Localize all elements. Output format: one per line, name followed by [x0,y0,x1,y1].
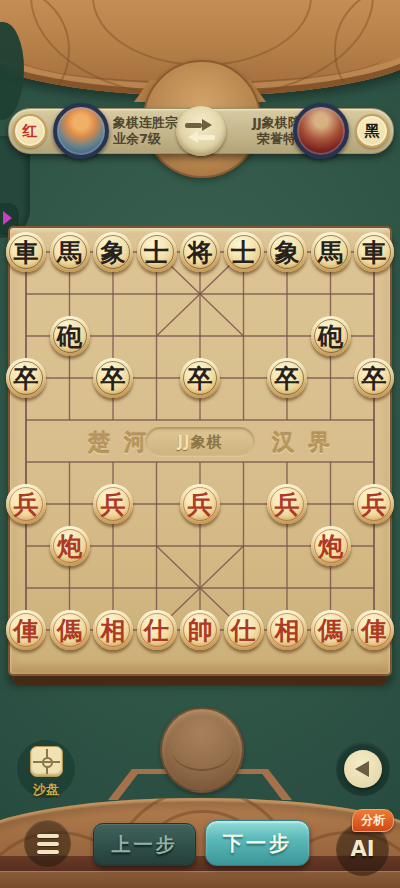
piece-p-r3c8[interactable]: 卒 [354,358,394,398]
swap-sides-icon [176,106,226,156]
piece-ring [357,361,391,395]
piece-ring [53,235,87,269]
piece-N-r9c7[interactable]: 傌 [311,610,351,650]
rewind-button[interactable] [336,742,390,796]
piece-a-r0c3[interactable]: 士 [137,232,177,272]
piece-ring [9,235,43,269]
expand-arrow-icon [3,211,12,225]
piece-C-r7c1[interactable]: 炮 [50,526,90,566]
hamburger-icon [37,834,59,838]
piece-ring [270,487,304,521]
piece-ring [53,613,87,647]
logo-jj: JJ [177,433,190,451]
piece-B-r9c6[interactable]: 相 [267,610,307,650]
hamburger-icon [37,850,59,854]
piece-ring [96,487,130,521]
piece-n-r0c1[interactable]: 馬 [50,232,90,272]
piece-A-r9c3[interactable]: 仕 [137,610,177,650]
red-player-avatar[interactable] [53,103,109,159]
piece-b-r0c2[interactable]: 象 [93,232,133,272]
piece-ring [96,613,130,647]
piece-ring [314,529,348,563]
piece-p-r3c4[interactable]: 卒 [180,358,220,398]
piece-ring [53,319,87,353]
piece-P-r6c2[interactable]: 兵 [93,484,133,524]
previous-move-button[interactable]: 上一步 [93,823,196,866]
piece-ring [314,235,348,269]
piece-ring [270,613,304,647]
rewind-button-face [344,750,382,788]
piece-n-r0c7[interactable]: 馬 [311,232,351,272]
sandbox-icon-dot [42,757,53,768]
wooden-stool [160,707,244,793]
piece-ring [357,487,391,521]
piece-R-r9c0[interactable]: 俥 [6,610,46,650]
piece-ring [140,235,174,269]
piece-p-r3c2[interactable]: 卒 [93,358,133,398]
swap-arrow-left-head [188,131,198,143]
red-side-badge-label: 红 [23,122,38,141]
piece-P-r6c6[interactable]: 兵 [267,484,307,524]
piece-r-r0c0[interactable]: 車 [6,232,46,272]
piece-c-r2c7[interactable]: 砲 [311,316,351,356]
piece-ring [357,235,391,269]
swap-arrow-right [185,123,202,128]
swap-arrow-left [198,135,215,140]
piece-ring [9,487,43,521]
piece-P-r6c0[interactable]: 兵 [6,484,46,524]
piece-p-r3c6[interactable]: 卒 [267,358,307,398]
left-triangle-icon [355,761,369,777]
table-front-strip-light [0,871,400,888]
piece-ring [270,235,304,269]
piece-ring [183,613,217,647]
piece-k-r0c4[interactable]: 将 [180,232,220,272]
sandbox-board-icon [30,746,63,777]
logo-xiangqi: 象棋 [191,433,223,452]
piece-ring [140,613,174,647]
piece-ring [183,361,217,395]
black-side-badge-label: 黑 [365,122,380,141]
piece-ring [183,235,217,269]
red-side-badge: 红 [13,114,47,148]
player-bar: 红 象棋连胜宗... 业余7级 JJ象棋陪练 荣誉特大 黑 [8,108,394,154]
piece-ring [96,235,130,269]
piece-r-r0c8[interactable]: 車 [354,232,394,272]
piece-a-r0c5[interactable]: 士 [224,232,264,272]
sandbox-label: 沙盘 [17,781,75,799]
xiangqi-board[interactable]: 楚河 JJ象棋 汉界 車馬象士将士象馬車砲砲卒卒卒卒卒兵兵兵兵兵炮炮俥傌相仕帥仕… [8,226,392,676]
piece-ring [9,361,43,395]
swap-arrow-right-head [202,119,212,131]
piece-K-r9c4[interactable]: 帥 [180,610,220,650]
river-label-right: 汉界 [234,425,368,461]
black-player-avatar[interactable] [293,103,349,159]
xiangqi-app-screen: 红 象棋连胜宗... 业余7级 JJ象棋陪练 荣誉特大 黑 楚河 JJ象棋 汉界… [0,0,400,888]
next-move-button[interactable]: 下一步 [205,820,310,866]
black-side-badge: 黑 [355,114,389,148]
sandbox-button[interactable]: 沙盘 [17,740,75,798]
piece-ring [357,613,391,647]
hamburger-icon [37,842,59,846]
piece-ring [227,235,261,269]
piece-b-r0c6[interactable]: 象 [267,232,307,272]
piece-C-r7c7[interactable]: 炮 [311,526,351,566]
piece-c-r2c1[interactable]: 砲 [50,316,90,356]
piece-ring [53,529,87,563]
menu-button[interactable] [24,820,71,867]
piece-ring [270,361,304,395]
arch-engraving [334,0,400,96]
piece-P-r6c8[interactable]: 兵 [354,484,394,524]
piece-R-r9c8[interactable]: 俥 [354,610,394,650]
piece-N-r9c1[interactable]: 傌 [50,610,90,650]
piece-B-r9c2[interactable]: 相 [93,610,133,650]
piece-ring [96,361,130,395]
piece-ring [314,319,348,353]
piece-P-r6c4[interactable]: 兵 [180,484,220,524]
piece-A-r9c5[interactable]: 仕 [224,610,264,650]
piece-p-r3c0[interactable]: 卒 [6,358,46,398]
analyze-badge[interactable]: 分析 [352,809,394,832]
piece-ring [314,613,348,647]
piece-ring [9,613,43,647]
piece-ring [183,487,217,521]
piece-ring [227,613,261,647]
